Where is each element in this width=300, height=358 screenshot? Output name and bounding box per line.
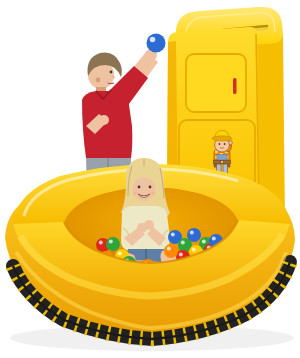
girl-hand xyxy=(144,220,154,230)
pit-ball-green xyxy=(106,237,120,251)
girl-cheek xyxy=(133,192,137,195)
pit-ball-orange xyxy=(164,244,178,258)
ball-highlight xyxy=(150,37,156,43)
boy-ear xyxy=(96,78,101,83)
boy-fist xyxy=(99,115,109,125)
builder-hat-brim xyxy=(212,136,232,141)
tower-upper-panel xyxy=(186,54,246,112)
builder-tool xyxy=(214,163,217,167)
blue-ball xyxy=(147,34,166,53)
red-logo-mark xyxy=(233,78,237,94)
builder-tool xyxy=(228,163,231,167)
held-blue-ball xyxy=(147,34,166,53)
product-photo xyxy=(0,0,300,358)
girl-eye xyxy=(138,186,141,189)
girl-eye xyxy=(149,186,152,189)
boy-eye xyxy=(110,71,113,74)
scene-canvas xyxy=(0,0,300,358)
builder-eye xyxy=(219,143,221,145)
builder-eye xyxy=(224,143,226,145)
boy-mouth xyxy=(108,83,114,84)
girl-cheek xyxy=(151,192,155,195)
builder-buckle xyxy=(221,161,224,164)
